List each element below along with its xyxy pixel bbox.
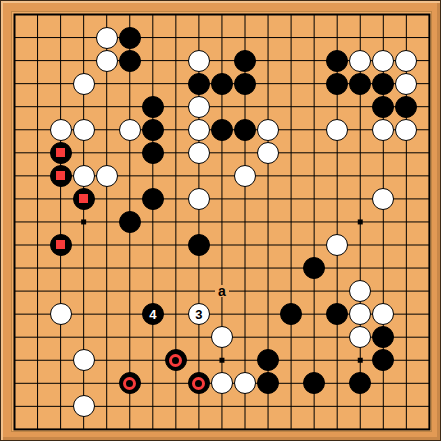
intersection[interactable] — [349, 141, 372, 164]
intersection[interactable] — [326, 372, 349, 395]
intersection[interactable] — [233, 187, 256, 210]
intersection[interactable] — [372, 326, 395, 349]
intersection[interactable] — [280, 349, 303, 372]
intersection[interactable] — [72, 141, 95, 164]
intersection[interactable] — [372, 418, 395, 441]
intersection[interactable] — [303, 349, 326, 372]
intersection[interactable] — [187, 164, 210, 187]
intersection[interactable] — [372, 141, 395, 164]
intersection[interactable] — [395, 233, 418, 256]
intersection[interactable] — [303, 164, 326, 187]
intersection[interactable] — [210, 164, 233, 187]
intersection[interactable] — [349, 164, 372, 187]
intersection[interactable] — [303, 210, 326, 233]
intersection[interactable] — [164, 26, 187, 49]
intersection[interactable] — [164, 418, 187, 441]
intersection[interactable] — [72, 95, 95, 118]
intersection[interactable] — [233, 3, 256, 26]
intersection[interactable] — [164, 303, 187, 326]
intersection[interactable] — [395, 256, 418, 279]
intersection[interactable] — [395, 210, 418, 233]
intersection[interactable] — [95, 256, 118, 279]
intersection[interactable] — [256, 210, 279, 233]
intersection[interactable] — [49, 49, 72, 72]
intersection[interactable] — [118, 49, 141, 72]
intersection[interactable] — [118, 395, 141, 418]
intersection[interactable] — [372, 187, 395, 210]
intersection[interactable] — [233, 349, 256, 372]
intersection[interactable] — [395, 95, 418, 118]
intersection[interactable] — [210, 349, 233, 372]
intersection[interactable] — [49, 395, 72, 418]
intersection[interactable] — [418, 256, 441, 279]
intersection[interactable] — [395, 3, 418, 26]
intersection[interactable] — [49, 3, 72, 26]
intersection[interactable] — [280, 118, 303, 141]
intersection[interactable] — [164, 141, 187, 164]
intersection[interactable] — [256, 326, 279, 349]
intersection[interactable] — [164, 3, 187, 26]
intersection[interactable] — [349, 280, 372, 303]
intersection[interactable] — [26, 395, 49, 418]
intersection[interactable] — [3, 118, 26, 141]
intersection[interactable] — [95, 303, 118, 326]
intersection[interactable] — [141, 141, 164, 164]
intersection[interactable] — [3, 3, 26, 26]
intersection[interactable] — [210, 303, 233, 326]
intersection[interactable] — [3, 26, 26, 49]
intersection[interactable] — [164, 164, 187, 187]
intersection[interactable] — [118, 372, 141, 395]
intersection[interactable] — [326, 3, 349, 26]
intersection[interactable] — [349, 418, 372, 441]
intersection[interactable] — [210, 256, 233, 279]
intersection[interactable] — [233, 72, 256, 95]
intersection[interactable] — [49, 349, 72, 372]
intersection[interactable] — [187, 349, 210, 372]
intersection[interactable] — [303, 141, 326, 164]
intersection[interactable] — [164, 72, 187, 95]
intersection[interactable] — [72, 256, 95, 279]
intersection[interactable] — [118, 303, 141, 326]
intersection[interactable] — [326, 210, 349, 233]
intersection[interactable] — [256, 303, 279, 326]
intersection[interactable] — [349, 72, 372, 95]
intersection[interactable] — [210, 141, 233, 164]
intersection[interactable] — [303, 26, 326, 49]
intersection[interactable] — [280, 256, 303, 279]
intersection[interactable] — [210, 187, 233, 210]
intersection[interactable] — [49, 164, 72, 187]
intersection[interactable] — [210, 49, 233, 72]
intersection[interactable] — [418, 118, 441, 141]
intersection[interactable] — [233, 326, 256, 349]
intersection[interactable] — [256, 372, 279, 395]
intersection[interactable] — [3, 395, 26, 418]
intersection[interactable] — [26, 349, 49, 372]
intersection[interactable] — [26, 326, 49, 349]
intersection[interactable] — [256, 26, 279, 49]
intersection[interactable] — [280, 26, 303, 49]
intersection[interactable] — [303, 280, 326, 303]
intersection[interactable] — [349, 233, 372, 256]
intersection[interactable] — [303, 118, 326, 141]
intersection[interactable] — [326, 49, 349, 72]
intersection[interactable] — [95, 72, 118, 95]
intersection[interactable] — [72, 233, 95, 256]
intersection[interactable] — [418, 26, 441, 49]
intersection[interactable] — [72, 210, 95, 233]
intersection[interactable] — [256, 395, 279, 418]
intersection[interactable] — [395, 303, 418, 326]
intersection[interactable] — [49, 256, 72, 279]
intersection[interactable] — [418, 141, 441, 164]
intersection[interactable] — [164, 280, 187, 303]
intersection[interactable] — [3, 95, 26, 118]
intersection[interactable] — [49, 72, 72, 95]
intersection[interactable] — [349, 118, 372, 141]
intersection[interactable] — [95, 233, 118, 256]
intersection[interactable] — [418, 395, 441, 418]
intersection[interactable] — [49, 418, 72, 441]
intersection[interactable] — [303, 256, 326, 279]
intersection[interactable] — [210, 233, 233, 256]
intersection[interactable] — [118, 118, 141, 141]
intersection[interactable] — [26, 303, 49, 326]
intersection[interactable] — [372, 372, 395, 395]
intersection[interactable] — [280, 280, 303, 303]
intersection[interactable] — [418, 95, 441, 118]
intersection[interactable] — [395, 72, 418, 95]
intersection[interactable] — [256, 141, 279, 164]
intersection[interactable] — [164, 49, 187, 72]
intersection[interactable] — [26, 118, 49, 141]
intersection[interactable] — [26, 280, 49, 303]
intersection[interactable] — [3, 141, 26, 164]
intersection[interactable] — [256, 95, 279, 118]
intersection[interactable] — [280, 326, 303, 349]
intersection[interactable] — [26, 72, 49, 95]
intersection[interactable] — [233, 49, 256, 72]
intersection[interactable] — [303, 187, 326, 210]
intersection[interactable] — [303, 372, 326, 395]
intersection[interactable] — [326, 187, 349, 210]
intersection[interactable] — [233, 395, 256, 418]
intersection[interactable] — [49, 26, 72, 49]
intersection[interactable] — [187, 26, 210, 49]
intersection[interactable] — [72, 3, 95, 26]
intersection[interactable] — [141, 233, 164, 256]
intersection[interactable] — [395, 141, 418, 164]
intersection[interactable] — [372, 349, 395, 372]
intersection[interactable] — [280, 164, 303, 187]
intersection[interactable] — [164, 349, 187, 372]
intersection[interactable] — [233, 233, 256, 256]
intersection[interactable] — [210, 395, 233, 418]
intersection[interactable] — [349, 303, 372, 326]
intersection[interactable] — [349, 26, 372, 49]
intersection[interactable] — [372, 303, 395, 326]
intersection[interactable] — [118, 3, 141, 26]
intersection[interactable] — [233, 95, 256, 118]
intersection[interactable] — [326, 349, 349, 372]
intersection[interactable] — [3, 187, 26, 210]
intersection[interactable] — [118, 26, 141, 49]
intersection[interactable] — [95, 118, 118, 141]
intersection[interactable] — [118, 210, 141, 233]
intersection[interactable] — [164, 395, 187, 418]
intersection[interactable] — [3, 256, 26, 279]
intersection[interactable] — [372, 233, 395, 256]
intersection[interactable] — [418, 326, 441, 349]
intersection[interactable] — [141, 164, 164, 187]
intersection[interactable] — [326, 395, 349, 418]
intersection[interactable] — [95, 349, 118, 372]
intersection[interactable] — [418, 280, 441, 303]
intersection[interactable] — [210, 118, 233, 141]
intersection[interactable] — [326, 72, 349, 95]
intersection[interactable] — [418, 210, 441, 233]
intersection[interactable] — [372, 164, 395, 187]
intersection[interactable] — [141, 395, 164, 418]
intersection[interactable] — [141, 349, 164, 372]
intersection[interactable] — [349, 95, 372, 118]
intersection[interactable] — [72, 372, 95, 395]
intersection[interactable] — [49, 326, 72, 349]
intersection[interactable] — [26, 141, 49, 164]
intersection[interactable] — [303, 233, 326, 256]
intersection[interactable] — [95, 326, 118, 349]
intersection[interactable] — [349, 349, 372, 372]
intersection[interactable] — [3, 164, 26, 187]
intersection[interactable] — [26, 26, 49, 49]
intersection[interactable] — [141, 72, 164, 95]
intersection[interactable] — [3, 49, 26, 72]
intersection[interactable] — [187, 118, 210, 141]
intersection[interactable] — [118, 72, 141, 95]
intersection[interactable] — [118, 280, 141, 303]
intersection[interactable] — [26, 164, 49, 187]
intersection[interactable] — [118, 349, 141, 372]
intersection[interactable] — [72, 187, 95, 210]
intersection[interactable] — [326, 26, 349, 49]
intersection[interactable] — [326, 326, 349, 349]
intersection[interactable] — [210, 95, 233, 118]
intersection[interactable] — [95, 95, 118, 118]
intersection[interactable] — [326, 95, 349, 118]
intersection[interactable] — [72, 326, 95, 349]
intersection[interactable] — [118, 164, 141, 187]
intersection[interactable] — [418, 72, 441, 95]
intersection[interactable] — [49, 118, 72, 141]
intersection[interactable] — [280, 418, 303, 441]
intersection[interactable] — [372, 210, 395, 233]
intersection[interactable] — [349, 49, 372, 72]
intersection[interactable] — [187, 49, 210, 72]
intersection[interactable] — [280, 303, 303, 326]
intersection[interactable] — [418, 303, 441, 326]
intersection[interactable] — [3, 372, 26, 395]
intersection[interactable] — [49, 141, 72, 164]
intersection[interactable] — [349, 210, 372, 233]
intersection[interactable] — [49, 95, 72, 118]
intersection[interactable] — [233, 26, 256, 49]
intersection[interactable] — [280, 141, 303, 164]
intersection[interactable] — [187, 418, 210, 441]
intersection[interactable] — [233, 118, 256, 141]
intersection[interactable] — [95, 164, 118, 187]
intersection[interactable] — [256, 3, 279, 26]
intersection[interactable] — [395, 49, 418, 72]
intersection[interactable] — [326, 303, 349, 326]
intersection[interactable] — [349, 3, 372, 26]
intersection[interactable] — [141, 280, 164, 303]
intersection[interactable] — [418, 349, 441, 372]
intersection[interactable] — [118, 95, 141, 118]
intersection[interactable] — [187, 395, 210, 418]
intersection[interactable] — [141, 256, 164, 279]
intersection[interactable] — [26, 372, 49, 395]
intersection[interactable] — [26, 95, 49, 118]
intersection[interactable] — [187, 72, 210, 95]
intersection[interactable] — [280, 49, 303, 72]
intersection[interactable] — [187, 187, 210, 210]
intersection[interactable] — [233, 372, 256, 395]
intersection[interactable] — [280, 210, 303, 233]
intersection[interactable] — [303, 303, 326, 326]
intersection[interactable] — [256, 118, 279, 141]
intersection[interactable] — [95, 49, 118, 72]
intersection[interactable] — [372, 72, 395, 95]
intersection[interactable] — [164, 372, 187, 395]
intersection[interactable] — [187, 233, 210, 256]
intersection[interactable] — [233, 303, 256, 326]
intersection[interactable] — [280, 72, 303, 95]
intersection[interactable] — [233, 164, 256, 187]
intersection[interactable] — [256, 187, 279, 210]
intersection[interactable] — [49, 372, 72, 395]
intersection[interactable] — [233, 141, 256, 164]
intersection[interactable] — [49, 210, 72, 233]
intersection[interactable] — [187, 210, 210, 233]
intersection[interactable] — [141, 372, 164, 395]
intersection[interactable] — [95, 187, 118, 210]
intersection[interactable] — [256, 233, 279, 256]
intersection[interactable] — [349, 256, 372, 279]
intersection[interactable] — [256, 349, 279, 372]
intersection[interactable] — [418, 164, 441, 187]
intersection[interactable] — [26, 210, 49, 233]
intersection[interactable] — [72, 303, 95, 326]
intersection[interactable] — [72, 118, 95, 141]
intersection[interactable] — [118, 256, 141, 279]
intersection[interactable] — [395, 326, 418, 349]
intersection[interactable] — [395, 164, 418, 187]
intersection[interactable] — [233, 256, 256, 279]
intersection[interactable] — [95, 3, 118, 26]
intersection[interactable] — [72, 418, 95, 441]
intersection[interactable] — [256, 418, 279, 441]
intersection[interactable] — [349, 326, 372, 349]
intersection[interactable] — [210, 418, 233, 441]
intersection[interactable] — [349, 187, 372, 210]
intersection[interactable] — [141, 3, 164, 26]
intersection[interactable] — [118, 418, 141, 441]
intersection[interactable] — [326, 118, 349, 141]
intersection[interactable] — [26, 233, 49, 256]
intersection[interactable] — [280, 372, 303, 395]
intersection[interactable] — [395, 349, 418, 372]
intersection[interactable] — [395, 187, 418, 210]
intersection[interactable] — [95, 395, 118, 418]
intersection[interactable] — [233, 418, 256, 441]
intersection[interactable] — [141, 418, 164, 441]
intersection[interactable] — [303, 49, 326, 72]
intersection[interactable] — [418, 187, 441, 210]
intersection[interactable] — [210, 372, 233, 395]
intersection[interactable] — [372, 118, 395, 141]
intersection[interactable] — [26, 418, 49, 441]
intersection[interactable] — [164, 210, 187, 233]
intersection[interactable] — [349, 395, 372, 418]
intersection[interactable] — [72, 72, 95, 95]
intersection[interactable] — [26, 256, 49, 279]
intersection[interactable] — [372, 395, 395, 418]
intersection[interactable] — [118, 233, 141, 256]
intersection[interactable] — [95, 280, 118, 303]
intersection[interactable] — [326, 141, 349, 164]
intersection[interactable]: 4 — [141, 303, 164, 326]
intersection[interactable] — [280, 95, 303, 118]
intersection[interactable] — [326, 233, 349, 256]
intersection[interactable] — [164, 95, 187, 118]
intersection[interactable] — [418, 3, 441, 26]
intersection[interactable] — [72, 49, 95, 72]
intersection[interactable] — [395, 418, 418, 441]
intersection[interactable] — [418, 418, 441, 441]
intersection[interactable] — [395, 372, 418, 395]
intersection[interactable] — [187, 256, 210, 279]
intersection[interactable] — [187, 3, 210, 26]
intersection[interactable] — [141, 210, 164, 233]
intersection[interactable] — [395, 118, 418, 141]
intersection[interactable] — [418, 233, 441, 256]
intersection[interactable] — [49, 187, 72, 210]
intersection[interactable] — [3, 326, 26, 349]
intersection[interactable] — [210, 72, 233, 95]
intersection[interactable] — [326, 164, 349, 187]
intersection[interactable] — [256, 280, 279, 303]
intersection[interactable] — [210, 3, 233, 26]
intersection[interactable] — [3, 349, 26, 372]
intersection[interactable] — [210, 210, 233, 233]
intersection[interactable] — [72, 164, 95, 187]
intersection[interactable] — [3, 210, 26, 233]
intersection[interactable] — [118, 187, 141, 210]
intersection[interactable] — [141, 326, 164, 349]
intersection[interactable] — [141, 26, 164, 49]
intersection[interactable] — [326, 280, 349, 303]
intersection[interactable] — [118, 326, 141, 349]
intersection[interactable] — [141, 187, 164, 210]
intersection[interactable] — [372, 26, 395, 49]
intersection[interactable] — [164, 326, 187, 349]
intersection[interactable] — [187, 326, 210, 349]
intersection[interactable] — [326, 256, 349, 279]
intersection[interactable] — [141, 49, 164, 72]
intersection[interactable] — [303, 72, 326, 95]
intersection[interactable] — [256, 49, 279, 72]
